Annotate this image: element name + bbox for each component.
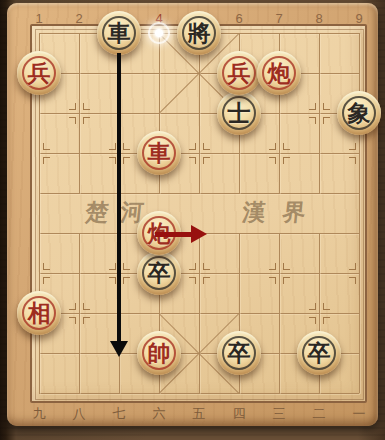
- point-marker: [83, 303, 90, 310]
- point-marker: [283, 143, 290, 150]
- file-label-top: 8: [315, 11, 322, 26]
- piece-glyph: 將: [177, 11, 221, 55]
- piece-glyph: 卒: [217, 331, 261, 375]
- point-marker: [43, 157, 50, 164]
- grid-vline: [199, 233, 200, 393]
- piece-glyph: 兵: [217, 51, 261, 95]
- point-marker: [43, 143, 50, 150]
- piece-glyph: 兵: [17, 51, 61, 95]
- piece-glyph: 士: [217, 91, 261, 135]
- file-label-bottom: 一: [353, 405, 366, 423]
- grid-vline: [79, 233, 80, 393]
- piece-red-cannon[interactable]: 炮: [257, 51, 301, 95]
- point-marker: [323, 317, 330, 324]
- piece-black-chariot[interactable]: 車: [97, 11, 141, 55]
- point-marker: [69, 317, 76, 324]
- point-marker: [43, 277, 50, 284]
- point-marker: [123, 143, 130, 150]
- point-marker: [349, 157, 356, 164]
- point-marker: [269, 277, 276, 284]
- file-label-top: 7: [275, 11, 282, 26]
- piece-red-soldier[interactable]: 兵: [217, 51, 261, 95]
- piece-black-elephant[interactable]: 象: [337, 91, 381, 135]
- piece-glyph: 象: [337, 91, 381, 135]
- piece-black-soldier[interactable]: 卒: [137, 251, 181, 295]
- point-marker: [109, 263, 116, 270]
- file-label-top: 6: [235, 11, 242, 26]
- point-marker: [349, 143, 356, 150]
- file-label-bottom: 四: [233, 405, 246, 423]
- point-marker: [43, 263, 50, 270]
- point-marker: [309, 303, 316, 310]
- point-marker: [269, 157, 276, 164]
- point-marker: [189, 143, 196, 150]
- point-marker: [69, 117, 76, 124]
- point-marker: [323, 303, 330, 310]
- point-marker: [269, 263, 276, 270]
- piece-glyph: 帥: [137, 331, 181, 375]
- point-marker: [109, 277, 116, 284]
- point-marker: [123, 157, 130, 164]
- piece-red-soldier[interactable]: 兵: [17, 51, 61, 95]
- point-marker: [203, 277, 210, 284]
- piece-black-soldier[interactable]: 卒: [297, 331, 341, 375]
- piece-black-soldier[interactable]: 卒: [217, 331, 261, 375]
- file-label-bottom: 九: [33, 405, 46, 423]
- black-move-arrow-head: [110, 341, 128, 357]
- point-marker: [323, 117, 330, 124]
- point-marker: [309, 103, 316, 110]
- point-marker: [69, 303, 76, 310]
- point-marker: [283, 157, 290, 164]
- piece-red-chariot[interactable]: 車: [137, 131, 181, 175]
- piece-glyph: 炮: [257, 51, 301, 95]
- last-move-highlight-dot: [148, 22, 170, 44]
- river-text-right: 界: [281, 197, 307, 228]
- file-label-top: 1: [35, 11, 42, 26]
- red-move-arrow-head: [191, 225, 207, 243]
- grid-vline: [199, 33, 200, 193]
- point-marker: [189, 277, 196, 284]
- point-marker: [309, 117, 316, 124]
- file-label-bottom: 六: [153, 405, 166, 423]
- point-marker: [83, 103, 90, 110]
- piece-glyph: 相: [17, 291, 61, 335]
- point-marker: [283, 263, 290, 270]
- point-marker: [123, 263, 130, 270]
- piece-red-general[interactable]: 帥: [137, 331, 181, 375]
- point-marker: [83, 117, 90, 124]
- point-marker: [309, 317, 316, 324]
- river-text-left: 楚: [84, 197, 110, 228]
- point-marker: [189, 157, 196, 164]
- piece-glyph: 卒: [297, 331, 341, 375]
- file-label-top: 2: [75, 11, 82, 26]
- piece-red-elephant[interactable]: 相: [17, 291, 61, 335]
- point-marker: [203, 263, 210, 270]
- xiangqi-app: 123456789 九八七六五四三二一 楚河漢界 車將士象卒卒卒兵兵炮車炮相帥: [0, 0, 385, 440]
- point-marker: [323, 103, 330, 110]
- grid-vline: [359, 33, 360, 393]
- file-label-top: 9: [355, 11, 362, 26]
- piece-black-advisor[interactable]: 士: [217, 91, 261, 135]
- file-label-bottom: 七: [113, 405, 126, 423]
- grid-vline: [79, 33, 80, 193]
- point-marker: [203, 157, 210, 164]
- file-label-bottom: 八: [73, 405, 86, 423]
- point-marker: [269, 143, 276, 150]
- point-marker: [69, 103, 76, 110]
- point-marker: [189, 263, 196, 270]
- point-marker: [283, 277, 290, 284]
- file-label-bottom: 三: [273, 405, 286, 423]
- grid-vline: [319, 33, 320, 193]
- piece-glyph: 車: [97, 11, 141, 55]
- file-label-bottom: 五: [193, 405, 206, 423]
- point-marker: [123, 277, 130, 284]
- piece-glyph: 車: [137, 131, 181, 175]
- red-move-arrow: [155, 232, 191, 237]
- point-marker: [203, 143, 210, 150]
- point-marker: [349, 263, 356, 270]
- point-marker: [109, 143, 116, 150]
- piece-glyph: 卒: [137, 251, 181, 295]
- point-marker: [109, 157, 116, 164]
- xiangqi-board[interactable]: 123456789 九八七六五四三二一 楚河漢界 車將士象卒卒卒兵兵炮車炮相帥: [7, 3, 378, 426]
- point-marker: [83, 317, 90, 324]
- piece-black-general[interactable]: 將: [177, 11, 221, 55]
- black-move-arrow: [117, 53, 121, 341]
- grid-vline: [279, 233, 280, 393]
- river-text-right: 漢: [241, 197, 267, 228]
- point-marker: [349, 277, 356, 284]
- file-label-bottom: 二: [313, 405, 326, 423]
